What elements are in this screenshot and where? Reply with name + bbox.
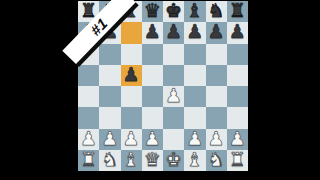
square-h7[interactable]: ♟ [227,22,248,43]
white-bishop: ♝ [123,150,140,169]
square-e7[interactable]: ♟ [163,22,184,43]
square-f3[interactable] [184,107,205,128]
square-h1[interactable]: ♜ [227,150,248,171]
square-g8[interactable]: ♞ [206,1,227,22]
square-d8[interactable]: ♛ [142,1,163,22]
square-f1[interactable]: ♝ [184,150,205,171]
square-d5[interactable] [142,65,163,86]
square-c2[interactable]: ♟ [121,129,142,150]
square-b2[interactable]: ♟ [99,129,120,150]
square-f6[interactable] [184,44,205,65]
square-g1[interactable]: ♞ [206,150,227,171]
square-g5[interactable] [206,65,227,86]
square-e3[interactable] [163,107,184,128]
square-e5[interactable] [163,65,184,86]
square-b4[interactable] [99,86,120,107]
square-a2[interactable]: ♟ [78,129,99,150]
square-d1[interactable]: ♛ [142,150,163,171]
black-king: ♚ [165,1,182,20]
square-g6[interactable] [206,44,227,65]
white-pawn: ♟ [186,129,203,148]
white-queen: ♛ [144,150,161,169]
square-b3[interactable] [99,107,120,128]
black-pawn: ♟ [123,65,140,84]
black-queen: ♛ [144,1,161,20]
square-b6[interactable] [99,44,120,65]
square-c7[interactable] [121,22,142,43]
square-c5[interactable]: ♟ [121,65,142,86]
square-h5[interactable] [227,65,248,86]
square-a3[interactable] [78,107,99,128]
square-c4[interactable] [121,86,142,107]
square-e6[interactable] [163,44,184,65]
square-h6[interactable] [227,44,248,65]
square-g7[interactable]: ♟ [206,22,227,43]
white-bishop: ♝ [186,150,203,169]
square-c1[interactable]: ♝ [121,150,142,171]
square-e2[interactable] [163,129,184,150]
black-knight: ♞ [208,1,225,20]
black-pawn: ♟ [208,22,225,41]
white-knight: ♞ [101,150,118,169]
square-c3[interactable] [121,107,142,128]
black-rook: ♜ [229,1,246,20]
white-rook: ♜ [80,150,97,169]
white-pawn: ♟ [123,129,140,148]
white-rook: ♜ [229,150,246,169]
square-d3[interactable] [142,107,163,128]
square-h3[interactable] [227,107,248,128]
square-e4[interactable]: ♟ [163,86,184,107]
square-f8[interactable]: ♝ [184,1,205,22]
white-pawn: ♟ [101,129,118,148]
square-h4[interactable] [227,86,248,107]
black-pawn: ♟ [186,22,203,41]
white-pawn: ♟ [208,129,225,148]
square-e8[interactable]: ♚ [163,1,184,22]
square-d6[interactable] [142,44,163,65]
thumbnail-stage: ♜♞♝♛♚♝♞♜♟♟♟♟♟♟♟♟♟♟♟♟♟♟♟♟♜♞♝♛♚♝♞♜ #1 [0,0,320,180]
square-c6[interactable] [121,44,142,65]
square-g3[interactable] [206,107,227,128]
square-f5[interactable] [184,65,205,86]
square-g4[interactable] [206,86,227,107]
white-pawn: ♟ [144,129,161,148]
square-d4[interactable] [142,86,163,107]
black-pawn: ♟ [165,22,182,41]
square-a5[interactable] [78,65,99,86]
square-f7[interactable]: ♟ [184,22,205,43]
square-e1[interactable]: ♚ [163,150,184,171]
square-a4[interactable] [78,86,99,107]
square-a1[interactable]: ♜ [78,150,99,171]
square-b1[interactable]: ♞ [99,150,120,171]
black-pawn: ♟ [144,22,161,41]
black-bishop: ♝ [186,1,203,20]
white-knight: ♞ [208,150,225,169]
square-b5[interactable] [99,65,120,86]
square-g2[interactable]: ♟ [206,129,227,150]
white-pawn: ♟ [165,86,182,105]
square-h2[interactable]: ♟ [227,129,248,150]
black-pawn: ♟ [229,22,246,41]
white-pawn: ♟ [80,129,97,148]
white-king: ♚ [165,150,182,169]
square-d2[interactable]: ♟ [142,129,163,150]
square-f2[interactable]: ♟ [184,129,205,150]
square-d7[interactable]: ♟ [142,22,163,43]
square-f4[interactable] [184,86,205,107]
white-pawn: ♟ [229,129,246,148]
square-h8[interactable]: ♜ [227,1,248,22]
